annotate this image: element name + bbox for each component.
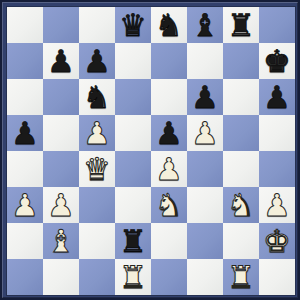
square-a8[interactable] bbox=[7, 7, 43, 43]
square-c2[interactable] bbox=[79, 223, 115, 259]
piece-black-pawn[interactable]: ♟ bbox=[47, 43, 75, 79]
square-c7[interactable]: ♟ bbox=[79, 43, 115, 79]
square-d3[interactable] bbox=[115, 187, 151, 223]
square-b1[interactable] bbox=[43, 259, 79, 295]
square-e6[interactable] bbox=[151, 79, 187, 115]
piece-black-pawn[interactable]: ♟ bbox=[155, 115, 183, 151]
square-f3[interactable] bbox=[187, 187, 223, 223]
square-d4[interactable] bbox=[115, 151, 151, 187]
piece-white-rook[interactable]: ♜ bbox=[119, 259, 147, 295]
square-a7[interactable] bbox=[7, 43, 43, 79]
piece-black-pawn[interactable]: ♟ bbox=[191, 79, 219, 115]
piece-black-knight[interactable]: ♞ bbox=[155, 7, 183, 43]
square-c5[interactable]: ♟ bbox=[79, 115, 115, 151]
square-b3[interactable]: ♟ bbox=[43, 187, 79, 223]
square-h4[interactable] bbox=[259, 151, 295, 187]
square-h7[interactable]: ♚ bbox=[259, 43, 295, 79]
square-h2[interactable]: ♚ bbox=[259, 223, 295, 259]
square-e1[interactable] bbox=[151, 259, 187, 295]
piece-white-knight[interactable]: ♞ bbox=[155, 187, 183, 223]
piece-white-pawn[interactable]: ♟ bbox=[83, 115, 111, 151]
square-e7[interactable] bbox=[151, 43, 187, 79]
piece-black-pawn[interactable]: ♟ bbox=[83, 43, 111, 79]
square-d8[interactable]: ♛ bbox=[115, 7, 151, 43]
square-b2[interactable]: ♝ bbox=[43, 223, 79, 259]
square-g3[interactable]: ♞ bbox=[223, 187, 259, 223]
square-h6[interactable]: ♟ bbox=[259, 79, 295, 115]
piece-black-king[interactable]: ♚ bbox=[263, 43, 291, 79]
piece-white-pawn[interactable]: ♟ bbox=[47, 187, 75, 223]
square-b4[interactable] bbox=[43, 151, 79, 187]
square-d7[interactable] bbox=[115, 43, 151, 79]
piece-white-pawn[interactable]: ♟ bbox=[191, 115, 219, 151]
square-f7[interactable] bbox=[187, 43, 223, 79]
piece-black-pawn[interactable]: ♟ bbox=[11, 115, 39, 151]
square-g2[interactable] bbox=[223, 223, 259, 259]
piece-black-pawn[interactable]: ♟ bbox=[263, 79, 291, 115]
square-g6[interactable] bbox=[223, 79, 259, 115]
square-d1[interactable]: ♜ bbox=[115, 259, 151, 295]
chess-board-frame: ♛♞♝♜♟♟♚♞♟♟♟♟♟♟♛♟♟♟♞♞♟♝♜♚♜♜ bbox=[0, 0, 300, 300]
piece-white-knight[interactable]: ♞ bbox=[227, 187, 255, 223]
square-h5[interactable] bbox=[259, 115, 295, 151]
square-f5[interactable]: ♟ bbox=[187, 115, 223, 151]
square-c3[interactable] bbox=[79, 187, 115, 223]
square-a4[interactable] bbox=[7, 151, 43, 187]
piece-black-bishop[interactable]: ♝ bbox=[191, 7, 219, 43]
square-f1[interactable] bbox=[187, 259, 223, 295]
square-b8[interactable] bbox=[43, 7, 79, 43]
piece-black-rook[interactable]: ♜ bbox=[227, 7, 255, 43]
piece-white-bishop[interactable]: ♝ bbox=[47, 223, 75, 259]
square-g4[interactable] bbox=[223, 151, 259, 187]
square-h1[interactable] bbox=[259, 259, 295, 295]
square-a2[interactable] bbox=[7, 223, 43, 259]
piece-white-king[interactable]: ♚ bbox=[263, 223, 291, 259]
square-e3[interactable]: ♞ bbox=[151, 187, 187, 223]
square-a3[interactable]: ♟ bbox=[7, 187, 43, 223]
square-a1[interactable] bbox=[7, 259, 43, 295]
square-b6[interactable] bbox=[43, 79, 79, 115]
square-g8[interactable]: ♜ bbox=[223, 7, 259, 43]
chess-board: ♛♞♝♜♟♟♚♞♟♟♟♟♟♟♛♟♟♟♞♞♟♝♜♚♜♜ bbox=[7, 7, 295, 295]
square-d6[interactable] bbox=[115, 79, 151, 115]
square-g5[interactable] bbox=[223, 115, 259, 151]
square-e5[interactable]: ♟ bbox=[151, 115, 187, 151]
square-f6[interactable]: ♟ bbox=[187, 79, 223, 115]
piece-white-pawn[interactable]: ♟ bbox=[155, 151, 183, 187]
piece-white-rook[interactable]: ♜ bbox=[227, 259, 255, 295]
square-c6[interactable]: ♞ bbox=[79, 79, 115, 115]
square-g1[interactable]: ♜ bbox=[223, 259, 259, 295]
piece-white-pawn[interactable]: ♟ bbox=[11, 187, 39, 223]
square-c8[interactable] bbox=[79, 7, 115, 43]
square-f8[interactable]: ♝ bbox=[187, 7, 223, 43]
square-c4[interactable]: ♛ bbox=[79, 151, 115, 187]
piece-white-queen[interactable]: ♛ bbox=[83, 151, 111, 187]
square-a6[interactable] bbox=[7, 79, 43, 115]
piece-black-rook[interactable]: ♜ bbox=[119, 223, 147, 259]
square-d5[interactable] bbox=[115, 115, 151, 151]
square-a5[interactable]: ♟ bbox=[7, 115, 43, 151]
square-e8[interactable]: ♞ bbox=[151, 7, 187, 43]
square-c1[interactable] bbox=[79, 259, 115, 295]
square-d2[interactable]: ♜ bbox=[115, 223, 151, 259]
square-e2[interactable] bbox=[151, 223, 187, 259]
square-e4[interactable]: ♟ bbox=[151, 151, 187, 187]
square-b7[interactable]: ♟ bbox=[43, 43, 79, 79]
square-h3[interactable]: ♟ bbox=[259, 187, 295, 223]
piece-black-queen[interactable]: ♛ bbox=[119, 7, 147, 43]
piece-black-knight[interactable]: ♞ bbox=[83, 79, 111, 115]
square-f4[interactable] bbox=[187, 151, 223, 187]
piece-white-pawn[interactable]: ♟ bbox=[263, 187, 291, 223]
square-g7[interactable] bbox=[223, 43, 259, 79]
square-b5[interactable] bbox=[43, 115, 79, 151]
square-f2[interactable] bbox=[187, 223, 223, 259]
square-h8[interactable] bbox=[259, 7, 295, 43]
